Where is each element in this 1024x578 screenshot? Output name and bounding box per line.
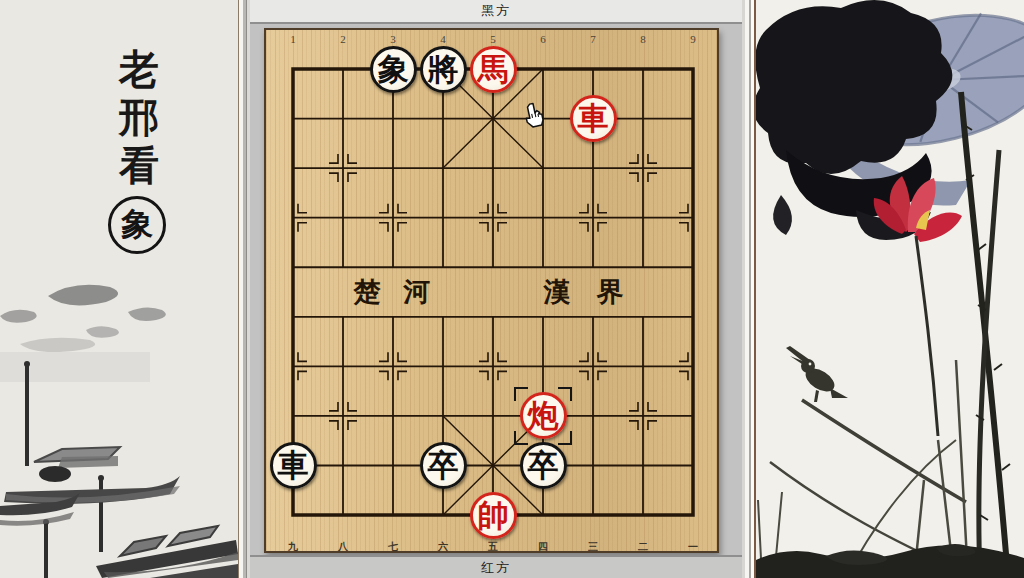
black-soldier[interactable]: 卒 xyxy=(520,442,567,489)
coord-bottom: 七 xyxy=(382,540,404,554)
lotus-bird-painting xyxy=(756,0,1024,578)
elephant-seal-stamp: 象 xyxy=(108,196,166,254)
calligraphy-char: 看 xyxy=(113,142,165,190)
coord-bottom: 五 xyxy=(482,540,504,554)
app-window: 老 邢 看 象 黑方 楚 河 漢 界 1 xyxy=(0,0,1024,578)
coord-top: 6 xyxy=(532,33,554,45)
coord-top: 8 xyxy=(632,33,654,45)
coord-top: 7 xyxy=(582,33,604,45)
black-side-banner: 黑方 xyxy=(250,0,742,24)
coord-top: 4 xyxy=(432,33,454,45)
coord-bottom: 六 xyxy=(432,540,454,554)
calligraphy-char: 邢 xyxy=(113,94,165,142)
calligraphy-char: 老 xyxy=(113,46,165,94)
calligraphy-inscription: 老 邢 看 xyxy=(113,46,165,190)
red-side-label: 红方 xyxy=(481,559,511,577)
left-art-panel: 老 邢 看 象 xyxy=(0,0,238,578)
red-chariot[interactable]: 車 xyxy=(570,95,617,142)
coord-bottom: 四 xyxy=(532,540,554,554)
coord-top: 9 xyxy=(682,33,704,45)
coord-bottom: 九 xyxy=(282,540,304,554)
game-panel: 黑方 楚 河 漢 界 123456789 九八七六五四三二一 象將馬車炮車卒卒帥 xyxy=(250,0,742,578)
coord-top: 3 xyxy=(382,33,404,45)
river-text-chu: 楚 xyxy=(354,274,381,310)
river-text-he: 河 xyxy=(404,274,431,310)
black-chariot[interactable]: 車 xyxy=(270,442,317,489)
coord-bottom: 二 xyxy=(632,540,654,554)
right-art-panel xyxy=(756,0,1024,578)
red-horse[interactable]: 馬 xyxy=(470,46,517,93)
board-grid xyxy=(266,30,721,555)
black-soldier[interactable]: 卒 xyxy=(420,442,467,489)
panel-divider-right xyxy=(742,0,756,578)
black-elephant[interactable]: 象 xyxy=(370,46,417,93)
black-general[interactable]: 將 xyxy=(420,46,467,93)
black-side-label: 黑方 xyxy=(481,2,511,20)
coord-bottom: 三 xyxy=(582,540,604,554)
coord-top: 2 xyxy=(332,33,354,45)
panel-divider-left xyxy=(238,0,250,578)
red-side-banner: 红方 xyxy=(250,555,742,578)
coord-bottom: 八 xyxy=(332,540,354,554)
board[interactable]: 楚 河 漢 界 123456789 九八七六五四三二一 象將馬車炮車卒卒帥 xyxy=(264,28,719,553)
river-text-han: 漢 xyxy=(544,274,571,310)
river-text-jie: 界 xyxy=(597,274,624,310)
coord-top: 5 xyxy=(482,33,504,45)
red-cannon[interactable]: 炮 xyxy=(520,392,567,439)
red-general[interactable]: 帥 xyxy=(470,492,517,539)
coord-top: 1 xyxy=(282,33,304,45)
coord-bottom: 一 xyxy=(682,540,704,554)
